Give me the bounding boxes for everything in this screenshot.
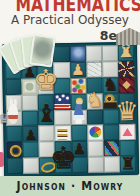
board-square [104,156,120,172]
board-square [23,158,39,174]
board-square [102,77,118,93]
patch-dna [103,140,119,156]
board-square [118,45,134,61]
board-square [22,110,38,126]
board-square [71,141,87,157]
board-square [87,157,103,173]
edition-badge: 8e [100,28,117,43]
board-square [103,109,119,125]
board-square [7,158,23,174]
alice-figure [71,98,85,125]
patch-chain [39,157,55,173]
board-square [86,77,102,93]
board-square [86,45,102,61]
pink-object [0,152,4,167]
board-square [103,125,119,141]
patch-tri [119,124,135,140]
board-square [87,141,103,157]
board-square [120,156,136,172]
board-square [102,45,118,61]
book-subtitle: A Practical Odyssey [6,13,135,27]
patch-dollar [22,78,38,94]
crown-trinket-icon: ♛ [0,111,10,126]
board-square [87,109,103,125]
patch-compass [7,142,23,158]
board-square [22,126,38,142]
board-square [38,110,54,126]
board-square [86,93,102,109]
author-band: Johnson · Mowry [0,176,140,196]
board-square [23,142,39,158]
board-square [38,78,54,94]
patch-pie [87,125,103,141]
board-square [6,126,22,142]
board-square [55,141,71,157]
board-square [55,157,71,173]
board-square [39,126,55,142]
author-names: Johnson · Mowry [4,176,137,196]
patch-phono [102,93,118,109]
patch-kaleid [118,61,134,77]
board-square [119,93,135,109]
board-square [71,125,87,141]
board-square [38,94,54,110]
board-square [22,94,38,110]
board-square [102,61,118,77]
board-square [54,62,70,78]
board-square [54,78,70,94]
board-square [70,62,86,78]
patch-jelly [70,77,86,93]
parthenon-model [116,28,140,45]
board-square [5,79,21,95]
board-square [39,142,55,158]
playing-card-face [29,34,56,68]
board-square [54,110,70,126]
book-cover: MATHEMATICS A Practical Odyssey 8e ♝♟♚♞♛… [0,0,140,196]
board-square [53,46,69,62]
patch-head [69,46,85,62]
patch-flag [54,94,70,110]
board-square [119,140,135,156]
patch-redquilt [118,77,134,93]
patch-chips [55,125,71,141]
patch-etch [86,61,102,77]
board-square [119,108,135,124]
board-square [71,157,87,173]
